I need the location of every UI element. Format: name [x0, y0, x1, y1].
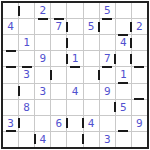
cell-r1c7[interactable]: 5 [100, 3, 115, 18]
consecutive-mark-v-r9c2 [34, 134, 36, 144]
cell-r7c4[interactable] [51, 100, 66, 115]
consecutive-mark-v-r5c3 [50, 70, 52, 80]
cell-r7c7[interactable] [100, 100, 115, 115]
cell-r4c4[interactable] [51, 51, 66, 66]
cell-r5c9[interactable] [132, 67, 147, 82]
consecutive-mark-v-r2c6 [98, 22, 100, 32]
consecutive-mark-v-r8c1 [18, 118, 20, 128]
cell-r7c2[interactable]: 8 [19, 100, 34, 115]
sudoku-board: 254752149173134985364943 [1, 1, 149, 149]
consecutive-mark-v-r4c4 [66, 54, 68, 64]
consecutive-mark-h-r4c7 [102, 66, 112, 68]
consecutive-mark-h-r8c1 [6, 130, 16, 132]
cell-r1c4[interactable] [51, 3, 66, 18]
consecutive-mark-v-r3c4 [66, 38, 68, 48]
cell-r5c2[interactable]: 3 [19, 67, 34, 82]
cell-r4c3[interactable]: 9 [35, 51, 50, 66]
cell-r1c5[interactable] [67, 3, 82, 18]
cell-r9c9[interactable] [132, 132, 147, 147]
cell-r2c2[interactable] [19, 19, 34, 34]
consecutive-mark-v-r9c5 [82, 134, 84, 144]
cell-r2c6[interactable]: 5 [84, 19, 99, 34]
cell-r6c1[interactable] [3, 84, 18, 99]
consecutive-mark-v-r3c8 [130, 38, 132, 48]
cell-r8c4[interactable]: 6 [51, 116, 66, 131]
cell-r4c6[interactable] [84, 51, 99, 66]
cell-r9c2[interactable] [19, 132, 34, 147]
cell-r3c2[interactable]: 1 [19, 35, 34, 50]
cell-r9c7[interactable]: 3 [100, 132, 115, 147]
cell-r4c7[interactable]: 7 [100, 51, 115, 66]
cell-r3c3[interactable] [35, 35, 50, 50]
cell-r8c3[interactable] [35, 116, 50, 131]
cell-grid: 254752149173134985364943 [3, 3, 147, 147]
consecutive-mark-h-r1c4 [54, 18, 64, 20]
consecutive-mark-h-r8c8 [118, 130, 128, 132]
cell-r8c7[interactable] [100, 116, 115, 131]
cell-r6c7[interactable]: 9 [100, 84, 115, 99]
consecutive-mark-v-r4c7 [114, 54, 116, 64]
cell-r6c5[interactable]: 4 [67, 84, 82, 99]
cell-r6c3[interactable]: 3 [35, 84, 50, 99]
cell-r6c8[interactable] [116, 84, 131, 99]
cell-r1c3[interactable]: 2 [35, 3, 50, 18]
cell-r5c6[interactable] [84, 67, 99, 82]
consecutive-mark-v-r6c1 [18, 86, 20, 96]
cell-r9c3[interactable]: 4 [35, 132, 50, 147]
cell-r2c5[interactable] [67, 19, 82, 34]
cell-r7c5[interactable] [67, 100, 82, 115]
cell-r2c9[interactable]: 2 [132, 19, 147, 34]
cell-r6c6[interactable] [84, 84, 99, 99]
cell-r9c6[interactable] [84, 132, 99, 147]
consecutive-mark-v-r8c5 [82, 118, 84, 128]
cell-r7c9[interactable] [132, 100, 147, 115]
cell-r4c8[interactable] [116, 51, 131, 66]
cell-r4c5[interactable]: 1 [67, 51, 82, 66]
consecutive-mark-h-r4c1 [6, 66, 16, 68]
consecutive-mark-h-r3c1 [6, 50, 16, 52]
cell-r3c5[interactable] [67, 35, 82, 50]
consecutive-mark-v-r7c7 [114, 102, 116, 112]
cell-r1c2[interactable] [19, 3, 34, 18]
cell-r7c3[interactable] [35, 100, 50, 115]
consecutive-mark-h-r5c8 [118, 82, 128, 84]
cell-r1c9[interactable] [132, 3, 147, 18]
cell-r3c1[interactable] [3, 35, 18, 50]
cell-r8c8[interactable] [116, 116, 131, 131]
cell-r7c6[interactable] [84, 100, 99, 115]
consecutive-mark-h-r4c9 [134, 66, 144, 68]
cell-r5c7[interactable] [100, 67, 115, 82]
cell-r2c7[interactable] [100, 19, 115, 34]
cell-r2c8[interactable] [116, 19, 131, 34]
cell-r5c3[interactable] [35, 67, 50, 82]
cell-r5c8[interactable]: 1 [116, 67, 131, 82]
cell-r8c1[interactable]: 3 [3, 116, 18, 131]
cell-r3c7[interactable] [100, 35, 115, 50]
cell-r4c1[interactable] [3, 51, 18, 66]
consecutive-mark-v-r2c4 [66, 22, 68, 32]
cell-r9c4[interactable] [51, 132, 66, 147]
cell-r5c5[interactable] [67, 67, 82, 82]
cell-r8c9[interactable]: 9 [132, 116, 147, 131]
cell-r6c9[interactable] [132, 84, 147, 99]
cell-r6c4[interactable] [51, 84, 66, 99]
consecutive-mark-v-r5c6 [98, 70, 100, 80]
cell-r6c2[interactable] [19, 84, 34, 99]
cell-r9c5[interactable] [67, 132, 82, 147]
cell-r1c6[interactable] [84, 3, 99, 18]
cell-r8c5[interactable] [67, 116, 82, 131]
cell-r7c8[interactable]: 5 [116, 100, 131, 115]
cell-r4c2[interactable] [19, 51, 34, 66]
consecutive-mark-v-r4c8 [130, 54, 132, 64]
consecutive-mark-v-r1c1 [18, 6, 20, 16]
cell-r1c1[interactable] [3, 3, 18, 18]
cell-r5c4[interactable] [51, 67, 66, 82]
cell-r9c1[interactable] [3, 132, 18, 147]
cell-r3c4[interactable] [51, 35, 66, 50]
cell-r2c1[interactable]: 4 [3, 19, 18, 34]
cell-r7c1[interactable] [3, 100, 18, 115]
cell-r3c6[interactable] [84, 35, 99, 50]
consecutive-mark-h-r1c3 [38, 18, 48, 20]
consecutive-mark-h-r6c9 [134, 98, 144, 100]
board-inner: 254752149173134985364943 [3, 3, 147, 147]
cell-r8c6[interactable]: 4 [84, 116, 99, 131]
consecutive-mark-v-r8c4 [66, 118, 68, 128]
cell-r5c1[interactable] [3, 67, 18, 82]
consecutive-mark-h-r1c7 [102, 18, 112, 20]
consecutive-mark-h-r4c5 [70, 66, 80, 68]
cell-r3c9[interactable] [132, 35, 147, 50]
consecutive-mark-h-r4c2 [22, 66, 32, 68]
consecutive-mark-v-r2c8 [130, 22, 132, 32]
cell-r2c4[interactable]: 7 [51, 19, 66, 34]
cell-r4c9[interactable] [132, 51, 147, 66]
cell-r1c8[interactable] [116, 3, 131, 18]
consecutive-mark-h-r2c8 [118, 34, 128, 36]
cell-r8c2[interactable] [19, 116, 34, 131]
cell-r2c3[interactable] [35, 19, 50, 34]
cell-r9c8[interactable] [116, 132, 131, 147]
cell-r3c8[interactable]: 4 [116, 35, 131, 50]
